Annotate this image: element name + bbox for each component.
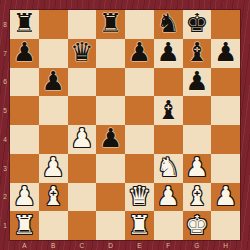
white-pawn-h2: ♟ — [214, 183, 237, 210]
black-rook-d8: ♜ — [99, 10, 122, 37]
square-d1[interactable] — [96, 211, 125, 240]
file-label-c: C — [68, 240, 97, 250]
white-king-g1: ♚ — [185, 211, 208, 238]
white-queen-e2: ♛ — [128, 183, 151, 210]
square-e5[interactable] — [125, 96, 154, 125]
square-a7[interactable]: ♟ — [10, 39, 39, 68]
square-a5[interactable] — [10, 96, 39, 125]
square-e3[interactable] — [125, 154, 154, 183]
black-bishop-f5: ♝ — [156, 96, 179, 123]
square-g6[interactable]: ♟ — [183, 68, 212, 97]
square-g7[interactable]: ♝ — [183, 39, 212, 68]
white-rook-a1: ♜ — [13, 211, 36, 238]
black-pawn-g6: ♟ — [185, 68, 208, 95]
file-label-d: D — [96, 240, 125, 250]
square-a4[interactable] — [10, 125, 39, 154]
square-d3[interactable] — [96, 154, 125, 183]
rank-label-1: 1 — [0, 211, 10, 240]
rank-label-7: 7 — [0, 39, 10, 68]
square-b5[interactable] — [39, 96, 68, 125]
chess-board-frame: 87654321 ABCDEFGH ♜♜♞♚♟♛♟♟♝♟♟♟♝♟♟♟♞♟♟♝♛♟… — [0, 0, 250, 250]
square-h4[interactable] — [211, 125, 240, 154]
square-a2[interactable]: ♟ — [10, 183, 39, 212]
square-e2[interactable]: ♛ — [125, 183, 154, 212]
black-bishop-g7: ♝ — [185, 39, 208, 66]
square-h6[interactable] — [211, 68, 240, 97]
square-f7[interactable]: ♟ — [154, 39, 183, 68]
square-b2[interactable]: ♝ — [39, 183, 68, 212]
square-g8[interactable]: ♚ — [183, 10, 212, 39]
black-pawn-h7: ♟ — [214, 39, 237, 66]
square-b8[interactable] — [39, 10, 68, 39]
black-pawn-f7: ♟ — [156, 39, 179, 66]
file-labels: ABCDEFGH — [10, 240, 240, 250]
white-pawn-g3: ♟ — [185, 154, 208, 181]
square-h7[interactable]: ♟ — [211, 39, 240, 68]
square-f3[interactable]: ♞ — [154, 154, 183, 183]
square-e6[interactable] — [125, 68, 154, 97]
square-a6[interactable] — [10, 68, 39, 97]
square-f5[interactable]: ♝ — [154, 96, 183, 125]
rank-label-5: 5 — [0, 96, 10, 125]
square-d2[interactable] — [96, 183, 125, 212]
square-f6[interactable] — [154, 68, 183, 97]
black-pawn-b6: ♟ — [41, 68, 64, 95]
square-d8[interactable]: ♜ — [96, 10, 125, 39]
square-f1[interactable] — [154, 211, 183, 240]
black-pawn-d4: ♟ — [99, 125, 122, 152]
rank-label-6: 6 — [0, 68, 10, 97]
rank-label-3: 3 — [0, 154, 10, 183]
square-f4[interactable] — [154, 125, 183, 154]
square-h8[interactable] — [211, 10, 240, 39]
black-rook-a8: ♜ — [13, 10, 36, 37]
white-pawn-a2: ♟ — [13, 183, 36, 210]
square-c6[interactable] — [68, 68, 97, 97]
square-g4[interactable] — [183, 125, 212, 154]
black-pawn-a7: ♟ — [13, 39, 36, 66]
square-c1[interactable] — [68, 211, 97, 240]
square-f2[interactable]: ♟ — [154, 183, 183, 212]
square-f8[interactable]: ♞ — [154, 10, 183, 39]
square-c8[interactable] — [68, 10, 97, 39]
file-label-g: G — [183, 240, 212, 250]
square-e1[interactable]: ♜ — [125, 211, 154, 240]
white-pawn-f2: ♟ — [156, 183, 179, 210]
square-a3[interactable] — [10, 154, 39, 183]
chess-board: ♜♜♞♚♟♛♟♟♝♟♟♟♝♟♟♟♞♟♟♝♛♟♝♟♜♜♚ — [10, 10, 240, 240]
square-e7[interactable]: ♟ — [125, 39, 154, 68]
square-g2[interactable]: ♝ — [183, 183, 212, 212]
square-a8[interactable]: ♜ — [10, 10, 39, 39]
file-label-a: A — [10, 240, 39, 250]
rank-labels: 87654321 — [0, 10, 10, 240]
white-bishop-g2: ♝ — [185, 183, 208, 210]
square-g1[interactable]: ♚ — [183, 211, 212, 240]
square-b1[interactable] — [39, 211, 68, 240]
file-label-h: H — [211, 240, 240, 250]
rank-label-8: 8 — [0, 10, 10, 39]
file-label-f: F — [154, 240, 183, 250]
square-e4[interactable] — [125, 125, 154, 154]
square-g3[interactable]: ♟ — [183, 154, 212, 183]
black-queen-c7: ♛ — [70, 39, 93, 66]
square-h5[interactable] — [211, 96, 240, 125]
black-pawn-e7: ♟ — [128, 39, 151, 66]
square-e8[interactable] — [125, 10, 154, 39]
square-c7[interactable]: ♛ — [68, 39, 97, 68]
square-h1[interactable] — [211, 211, 240, 240]
square-h3[interactable] — [211, 154, 240, 183]
file-label-e: E — [125, 240, 154, 250]
square-d6[interactable] — [96, 68, 125, 97]
white-rook-e1: ♜ — [128, 211, 151, 238]
white-knight-f3: ♞ — [156, 154, 179, 181]
black-knight-f8: ♞ — [156, 10, 179, 37]
white-pawn-b3: ♟ — [41, 154, 64, 181]
square-c3[interactable] — [68, 154, 97, 183]
square-b6[interactable]: ♟ — [39, 68, 68, 97]
black-king-g8: ♚ — [185, 10, 208, 37]
square-b4[interactable] — [39, 125, 68, 154]
square-d7[interactable] — [96, 39, 125, 68]
file-label-b: B — [39, 240, 68, 250]
square-c2[interactable] — [68, 183, 97, 212]
square-c5[interactable] — [68, 96, 97, 125]
rank-label-2: 2 — [0, 183, 10, 212]
square-g5[interactable] — [183, 96, 212, 125]
square-b7[interactable] — [39, 39, 68, 68]
square-h2[interactable]: ♟ — [211, 183, 240, 212]
white-bishop-b2: ♝ — [41, 183, 64, 210]
square-d5[interactable] — [96, 96, 125, 125]
rank-label-4: 4 — [0, 125, 10, 154]
square-a1[interactable]: ♜ — [10, 211, 39, 240]
square-b3[interactable]: ♟ — [39, 154, 68, 183]
white-pawn-c4: ♟ — [70, 125, 93, 152]
square-d4[interactable]: ♟ — [96, 125, 125, 154]
square-c4[interactable]: ♟ — [68, 125, 97, 154]
